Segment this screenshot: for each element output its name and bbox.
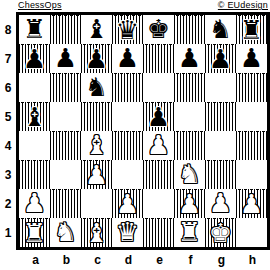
square-h3[interactable]	[236, 160, 267, 189]
piece-black-king[interactable]: ♚	[143, 15, 174, 44]
square-e6[interactable]	[143, 73, 174, 102]
square-e3[interactable]	[143, 160, 174, 189]
square-h5[interactable]	[236, 102, 267, 131]
copyright-credit: © EUdesign	[218, 0, 268, 10]
square-c5[interactable]	[81, 102, 112, 131]
square-g5[interactable]	[205, 102, 236, 131]
file-label-h: h	[237, 250, 268, 267]
square-d3[interactable]	[112, 160, 143, 189]
square-b2[interactable]	[50, 189, 81, 218]
square-e2[interactable]	[143, 189, 174, 218]
piece-white-pawn[interactable]: ♟	[112, 190, 143, 218]
square-d5[interactable]	[112, 102, 143, 131]
square-c7[interactable]: ♟	[81, 44, 112, 73]
square-f8[interactable]	[174, 15, 205, 44]
square-g1[interactable]: ♚	[205, 218, 236, 247]
piece-black-pawn[interactable]: ♟	[205, 45, 236, 73]
piece-black-pawn[interactable]: ♟	[112, 44, 143, 73]
piece-black-pawn[interactable]: ♟	[174, 44, 205, 73]
rank-label-3: 3	[0, 160, 16, 189]
piece-black-pawn[interactable]: ♟	[143, 103, 174, 131]
square-f4[interactable]	[174, 131, 205, 160]
square-b6[interactable]	[50, 73, 81, 102]
app-title: ChessOps	[18, 0, 62, 10]
piece-white-pawn[interactable]: ♟	[143, 131, 174, 160]
file-label-c: c	[82, 250, 113, 267]
square-b4[interactable]	[50, 131, 81, 160]
rank-label-1: 1	[0, 218, 16, 247]
square-f7[interactable]: ♟	[174, 44, 205, 73]
square-d6[interactable]	[112, 73, 143, 102]
square-g6[interactable]	[205, 73, 236, 102]
square-d4[interactable]	[112, 131, 143, 160]
piece-black-knight[interactable]: ♞	[81, 73, 112, 102]
piece-white-pawn[interactable]: ♟	[236, 190, 267, 218]
file-label-b: b	[51, 250, 82, 267]
board-area: 87654321 ♜♝♛♚♞♜♟♟♟♟♟♟♟♞♝♟♝♟♟♞♟♟♟♟♟♜♞♝♛♜♚	[0, 12, 270, 250]
square-g3[interactable]	[205, 160, 236, 189]
piece-white-bishop[interactable]: ♝	[81, 219, 112, 247]
file-labels: abcdefgh	[20, 250, 268, 267]
square-c2[interactable]	[81, 189, 112, 218]
piece-black-queen[interactable]: ♛	[112, 16, 143, 44]
square-f5[interactable]	[174, 102, 205, 131]
header: ChessOps © EUdesign	[0, 0, 270, 12]
square-a6[interactable]	[19, 73, 50, 102]
square-f1[interactable]: ♜	[174, 218, 205, 247]
square-c1[interactable]: ♝	[81, 218, 112, 247]
square-c3[interactable]: ♟	[81, 160, 112, 189]
file-label-d: d	[113, 250, 144, 267]
rank-label-8: 8	[0, 15, 16, 44]
square-a3[interactable]	[19, 160, 50, 189]
file-label-e: e	[144, 250, 175, 267]
square-e5[interactable]: ♟	[143, 102, 174, 131]
square-b8[interactable]	[50, 15, 81, 44]
piece-white-pawn[interactable]: ♟	[81, 161, 112, 189]
piece-white-pawn[interactable]: ♟	[174, 190, 205, 218]
piece-black-pawn[interactable]: ♟	[236, 44, 267, 73]
rank-labels: 87654321	[0, 12, 16, 250]
square-b7[interactable]: ♟	[50, 44, 81, 73]
square-e8[interactable]: ♚	[143, 15, 174, 44]
square-d7[interactable]: ♟	[112, 44, 143, 73]
square-h2[interactable]: ♟	[236, 189, 267, 218]
square-b1[interactable]: ♞	[50, 218, 81, 247]
piece-white-knight[interactable]: ♞	[50, 218, 81, 247]
piece-white-bishop[interactable]: ♝	[81, 131, 112, 160]
square-h8[interactable]: ♜	[236, 15, 267, 44]
rank-label-2: 2	[0, 189, 16, 218]
square-g2[interactable]: ♟	[205, 189, 236, 218]
square-f2[interactable]: ♟	[174, 189, 205, 218]
piece-black-rook[interactable]: ♜	[236, 16, 267, 44]
square-h7[interactable]: ♟	[236, 44, 267, 73]
file-label-f: f	[175, 250, 206, 267]
piece-white-pawn[interactable]: ♟	[205, 189, 236, 218]
square-a4[interactable]	[19, 131, 50, 160]
piece-black-bishop[interactable]: ♝	[19, 103, 50, 131]
square-c4[interactable]: ♝	[81, 131, 112, 160]
square-d2[interactable]: ♟	[112, 189, 143, 218]
square-a8[interactable]: ♜	[19, 15, 50, 44]
square-a2[interactable]: ♟	[19, 189, 50, 218]
square-c8[interactable]: ♝	[81, 15, 112, 44]
rank-label-7: 7	[0, 44, 16, 73]
piece-black-knight[interactable]: ♞	[205, 15, 236, 44]
square-d8[interactable]: ♛	[112, 15, 143, 44]
chess-board: ♜♝♛♚♞♜♟♟♟♟♟♟♟♞♝♟♝♟♟♞♟♟♟♟♟♜♞♝♛♜♚	[16, 12, 270, 250]
square-h4[interactable]	[236, 131, 267, 160]
square-b3[interactable]	[50, 160, 81, 189]
square-h6[interactable]	[236, 73, 267, 102]
square-c6[interactable]: ♞	[81, 73, 112, 102]
rank-label-5: 5	[0, 102, 16, 131]
rank-label-6: 6	[0, 73, 16, 102]
square-e7[interactable]	[143, 44, 174, 73]
square-g8[interactable]: ♞	[205, 15, 236, 44]
piece-black-rook[interactable]: ♜	[19, 15, 50, 44]
piece-black-bishop[interactable]: ♝	[81, 15, 112, 44]
piece-white-knight[interactable]: ♞	[174, 160, 205, 189]
rank-label-4: 4	[0, 131, 16, 160]
piece-white-rook[interactable]: ♜	[174, 218, 205, 247]
file-label-g: g	[206, 250, 237, 267]
square-e1[interactable]	[143, 218, 174, 247]
square-b5[interactable]	[50, 102, 81, 131]
piece-black-pawn[interactable]: ♟	[50, 44, 81, 73]
square-a7[interactable]: ♟	[19, 44, 50, 73]
piece-white-queen[interactable]: ♛	[112, 218, 143, 247]
file-label-a: a	[20, 250, 51, 267]
square-d1[interactable]: ♛	[112, 218, 143, 247]
square-f6[interactable]	[174, 73, 205, 102]
square-g7[interactable]: ♟	[205, 44, 236, 73]
square-e4[interactable]: ♟	[143, 131, 174, 160]
square-a5[interactable]: ♝	[19, 102, 50, 131]
piece-white-rook[interactable]: ♜	[19, 219, 50, 247]
piece-black-pawn[interactable]: ♟	[81, 45, 112, 73]
square-a1[interactable]: ♜	[19, 218, 50, 247]
square-h1[interactable]	[236, 218, 267, 247]
square-f3[interactable]: ♞	[174, 160, 205, 189]
square-g4[interactable]	[205, 131, 236, 160]
piece-white-pawn[interactable]: ♟	[19, 189, 50, 218]
piece-black-pawn[interactable]: ♟	[19, 45, 50, 73]
piece-white-king[interactable]: ♚	[205, 219, 236, 247]
